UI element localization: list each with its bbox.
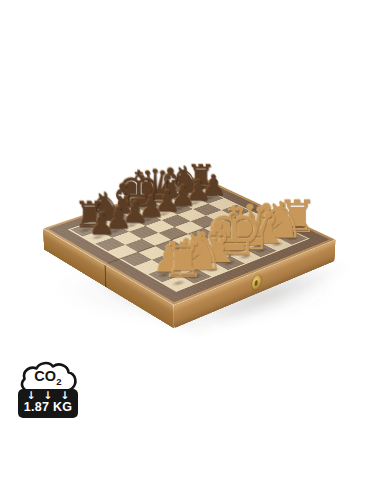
white-rook-glyph: ♜ — [161, 237, 204, 285]
down-arrows-icon: ↓↓↓ — [27, 390, 69, 400]
product-photo-stage: ♜♞♝♛♚♝♞♜♟♟♟♟♟♟♟♟♟♟♟♟♟♟♟♟♜♞♝♛♚♝♞♜ CO2 ↓↓↓… — [0, 0, 381, 492]
brass-clasp — [252, 274, 261, 291]
chess-board: ♜♞♝♛♚♝♞♜♟♟♟♟♟♟♟♟♟♟♟♟♟♟♟♟♜♞♝♛♚♝♞♜ — [43, 176, 336, 306]
black-pawn-glyph: ♟ — [88, 209, 115, 239]
co2-value-box: ↓↓↓ 1.87 KG — [18, 389, 78, 418]
co2-weight-value: 1.87 KG — [24, 400, 73, 415]
co2-badge: CO2 ↓↓↓ 1.87 KG — [18, 360, 78, 420]
co2-gas-label: CO2 — [18, 369, 78, 386]
fold-seam-side — [104, 265, 106, 288]
